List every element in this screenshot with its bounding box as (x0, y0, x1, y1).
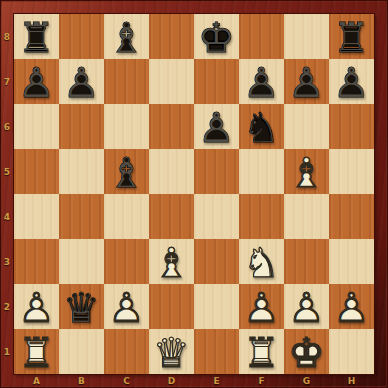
square-h3[interactable] (329, 239, 374, 284)
square-h1[interactable] (329, 329, 374, 374)
white-knight-detail-lines: ♘ (239, 239, 284, 284)
square-h7[interactable]: ♟♙ (329, 59, 374, 104)
square-a5[interactable] (14, 149, 59, 194)
square-c7[interactable] (104, 59, 149, 104)
rank-label-4: 4 (0, 194, 14, 239)
square-e2[interactable] (194, 284, 239, 329)
black-bishop-detail-lines: ♗ (104, 14, 149, 59)
piece-black-pawn[interactable]: ♟♙ (59, 59, 104, 104)
square-a8[interactable]: ♜♖ (14, 14, 59, 59)
square-e5[interactable] (194, 149, 239, 194)
rank-label-5: 5 (0, 149, 14, 194)
file-label-h: H (329, 374, 374, 388)
piece-black-rook[interactable]: ♜♖ (329, 14, 374, 59)
square-b4[interactable] (59, 194, 104, 239)
piece-black-pawn[interactable]: ♟♙ (239, 59, 284, 104)
piece-white-queen[interactable]: ♛♕ (149, 329, 194, 374)
square-f6[interactable]: ♞♘ (239, 104, 284, 149)
square-h4[interactable] (329, 194, 374, 239)
square-e6[interactable]: ♟♙ (194, 104, 239, 149)
black-pawn-detail-lines: ♙ (239, 59, 284, 104)
square-g1[interactable]: ♚♔ (284, 329, 329, 374)
piece-white-pawn[interactable]: ♟♙ (239, 284, 284, 329)
file-label-c: C (104, 374, 149, 388)
piece-white-pawn[interactable]: ♟♙ (284, 284, 329, 329)
square-c8[interactable]: ♝♗ (104, 14, 149, 59)
square-e8[interactable]: ♚♔ (194, 14, 239, 59)
piece-black-bishop[interactable]: ♝♗ (104, 149, 149, 194)
rank-label-1: 1 (0, 329, 14, 374)
square-d7[interactable] (149, 59, 194, 104)
black-king-detail-lines: ♔ (194, 14, 239, 59)
piece-black-pawn[interactable]: ♟♙ (14, 59, 59, 104)
rank-label-7: 7 (0, 59, 14, 104)
piece-white-pawn[interactable]: ♟♙ (329, 284, 374, 329)
white-queen-detail-lines: ♕ (149, 329, 194, 374)
square-d2[interactable] (149, 284, 194, 329)
square-d6[interactable] (149, 104, 194, 149)
piece-white-rook[interactable]: ♜♖ (14, 329, 59, 374)
square-c4[interactable] (104, 194, 149, 239)
piece-black-pawn[interactable]: ♟♙ (194, 104, 239, 149)
black-rook-detail-lines: ♖ (329, 14, 374, 59)
square-a2[interactable]: ♟♙ (14, 284, 59, 329)
square-d5[interactable] (149, 149, 194, 194)
square-c1[interactable] (104, 329, 149, 374)
rank-label-3: 3 (0, 239, 14, 284)
square-e1[interactable] (194, 329, 239, 374)
square-g6[interactable] (284, 104, 329, 149)
square-f1[interactable]: ♜♖ (239, 329, 284, 374)
square-e7[interactable] (194, 59, 239, 104)
rank-label-2: 2 (0, 284, 14, 329)
square-d3[interactable]: ♝♗ (149, 239, 194, 284)
piece-black-king[interactable]: ♚♔ (194, 14, 239, 59)
black-pawn-detail-lines: ♙ (59, 59, 104, 104)
piece-black-rook[interactable]: ♜♖ (14, 14, 59, 59)
board: ♜♖♝♗♚♔♜♖♟♙♟♙♟♙♟♙♟♙♟♙♞♘♝♗♝♗♝♗♞♘♟♙♛♕♟♙♟♙♟♙… (14, 14, 374, 374)
white-pawn-detail-lines: ♙ (284, 284, 329, 329)
piece-white-pawn[interactable]: ♟♙ (104, 284, 149, 329)
square-b7[interactable]: ♟♙ (59, 59, 104, 104)
square-a7[interactable]: ♟♙ (14, 59, 59, 104)
piece-black-knight[interactable]: ♞♘ (239, 104, 284, 149)
square-h8[interactable]: ♜♖ (329, 14, 374, 59)
white-pawn-detail-lines: ♙ (14, 284, 59, 329)
square-f8[interactable] (239, 14, 284, 59)
black-pawn-detail-lines: ♙ (14, 59, 59, 104)
black-bishop-detail-lines: ♗ (104, 149, 149, 194)
black-pawn-detail-lines: ♙ (329, 59, 374, 104)
white-bishop-detail-lines: ♗ (284, 149, 329, 194)
piece-black-pawn[interactable]: ♟♙ (284, 59, 329, 104)
square-f4[interactable] (239, 194, 284, 239)
white-rook-detail-lines: ♖ (14, 329, 59, 374)
white-king-detail-lines: ♔ (284, 329, 329, 374)
square-b2[interactable]: ♛♕ (59, 284, 104, 329)
square-a4[interactable] (14, 194, 59, 239)
white-rook-detail-lines: ♖ (239, 329, 284, 374)
square-b3[interactable] (59, 239, 104, 284)
square-d1[interactable]: ♛♕ (149, 329, 194, 374)
square-a1[interactable]: ♜♖ (14, 329, 59, 374)
square-d4[interactable] (149, 194, 194, 239)
square-a3[interactable] (14, 239, 59, 284)
square-h6[interactable] (329, 104, 374, 149)
black-queen-detail-lines: ♕ (59, 284, 104, 329)
piece-black-pawn[interactable]: ♟♙ (329, 59, 374, 104)
square-c6[interactable] (104, 104, 149, 149)
square-b8[interactable] (59, 14, 104, 59)
square-h5[interactable] (329, 149, 374, 194)
square-c5[interactable]: ♝♗ (104, 149, 149, 194)
square-d8[interactable] (149, 14, 194, 59)
square-b6[interactable] (59, 104, 104, 149)
rank-label-6: 6 (0, 104, 14, 149)
rank-labels: 87654321 (0, 14, 14, 374)
file-label-b: B (59, 374, 104, 388)
white-bishop-detail-lines: ♗ (149, 239, 194, 284)
file-label-e: E (194, 374, 239, 388)
square-f5[interactable] (239, 149, 284, 194)
piece-white-pawn[interactable]: ♟♙ (14, 284, 59, 329)
square-e4[interactable] (194, 194, 239, 239)
square-c3[interactable] (104, 239, 149, 284)
square-g5[interactable]: ♝♗ (284, 149, 329, 194)
square-e3[interactable] (194, 239, 239, 284)
square-g2[interactable]: ♟♙ (284, 284, 329, 329)
piece-white-knight[interactable]: ♞♘ (239, 239, 284, 284)
square-g3[interactable] (284, 239, 329, 284)
square-f2[interactable]: ♟♙ (239, 284, 284, 329)
square-g4[interactable] (284, 194, 329, 239)
black-knight-detail-lines: ♘ (239, 104, 284, 149)
black-rook-detail-lines: ♖ (14, 14, 59, 59)
square-a6[interactable] (14, 104, 59, 149)
black-pawn-detail-lines: ♙ (194, 104, 239, 149)
piece-white-king[interactable]: ♚♔ (284, 329, 329, 374)
square-h2[interactable]: ♟♙ (329, 284, 374, 329)
piece-white-bishop[interactable]: ♝♗ (284, 149, 329, 194)
piece-black-queen[interactable]: ♛♕ (59, 284, 104, 329)
white-pawn-detail-lines: ♙ (239, 284, 284, 329)
board-frame: 87654321 ABCDEFGH ♜♖♝♗♚♔♜♖♟♙♟♙♟♙♟♙♟♙♟♙♞♘… (0, 0, 388, 388)
square-g7[interactable]: ♟♙ (284, 59, 329, 104)
square-c2[interactable]: ♟♙ (104, 284, 149, 329)
piece-white-bishop[interactable]: ♝♗ (149, 239, 194, 284)
white-pawn-detail-lines: ♙ (329, 284, 374, 329)
square-g8[interactable] (284, 14, 329, 59)
white-pawn-detail-lines: ♙ (104, 284, 149, 329)
piece-black-bishop[interactable]: ♝♗ (104, 14, 149, 59)
square-f3[interactable]: ♞♘ (239, 239, 284, 284)
square-f7[interactable]: ♟♙ (239, 59, 284, 104)
square-b5[interactable] (59, 149, 104, 194)
black-pawn-detail-lines: ♙ (284, 59, 329, 104)
square-b1[interactable] (59, 329, 104, 374)
rank-label-8: 8 (0, 14, 14, 59)
piece-white-rook[interactable]: ♜♖ (239, 329, 284, 374)
